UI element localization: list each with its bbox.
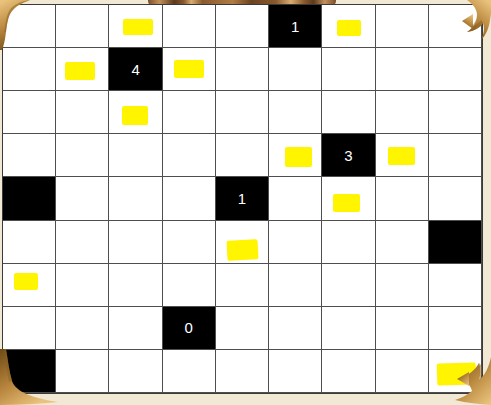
clue-number: 4	[131, 62, 139, 77]
cell-r4c8[interactable]	[429, 177, 482, 220]
cell-r5c3[interactable]	[163, 221, 216, 264]
cell-r6c4[interactable]	[216, 264, 269, 307]
bulb-mark[interactable]	[227, 239, 259, 261]
cell-r0c6[interactable]	[322, 5, 375, 48]
clue-number: 3	[344, 148, 352, 163]
cell-r0c5: 1	[269, 5, 322, 48]
cell-r3c0[interactable]	[3, 134, 56, 177]
cell-r5c7[interactable]	[376, 221, 429, 264]
cell-r4c6[interactable]	[322, 177, 375, 220]
cell-r5c0[interactable]	[3, 221, 56, 264]
cell-r4c1[interactable]	[56, 177, 109, 220]
cell-r6c3[interactable]	[163, 264, 216, 307]
cell-r3c7[interactable]	[376, 134, 429, 177]
cell-r1c0[interactable]	[3, 48, 56, 91]
clue-number: 1	[291, 19, 299, 34]
cell-r6c8[interactable]	[429, 264, 482, 307]
cell-r7c7[interactable]	[376, 307, 429, 350]
cell-r4c5[interactable]	[269, 177, 322, 220]
cell-r8c6[interactable]	[322, 350, 375, 393]
cell-r7c2[interactable]	[109, 307, 162, 350]
cell-r5c2[interactable]	[109, 221, 162, 264]
cell-r1c8[interactable]	[429, 48, 482, 91]
cell-r3c6: 3	[322, 134, 375, 177]
cell-r3c8[interactable]	[429, 134, 482, 177]
bulb-mark[interactable]	[333, 194, 360, 212]
frame-corner-top-right-icon	[461, 0, 491, 52]
cell-r2c8[interactable]	[429, 91, 482, 134]
cell-r5c4[interactable]	[216, 221, 269, 264]
cell-r8c1[interactable]	[56, 350, 109, 393]
puzzle-frame: 14310	[0, 0, 491, 405]
frame-corner-bottom-right-icon	[455, 349, 491, 405]
cell-r2c5[interactable]	[269, 91, 322, 134]
cell-r4c2[interactable]	[109, 177, 162, 220]
cell-r1c2: 4	[109, 48, 162, 91]
cell-r4c4: 1	[216, 177, 269, 220]
bulb-mark[interactable]	[174, 60, 204, 78]
cell-r5c6[interactable]	[322, 221, 375, 264]
cell-r2c1[interactable]	[56, 91, 109, 134]
cell-r0c4[interactable]	[216, 5, 269, 48]
cell-r7c3: 0	[163, 307, 216, 350]
cell-r1c5[interactable]	[269, 48, 322, 91]
bulb-mark[interactable]	[337, 20, 361, 36]
cell-r5c5[interactable]	[269, 221, 322, 264]
cell-r2c4[interactable]	[216, 91, 269, 134]
cell-r0c2[interactable]	[109, 5, 162, 48]
bulb-mark[interactable]	[285, 147, 312, 167]
cell-r2c3[interactable]	[163, 91, 216, 134]
cell-r7c8[interactable]	[429, 307, 482, 350]
cell-r7c1[interactable]	[56, 307, 109, 350]
cell-r0c1[interactable]	[56, 5, 109, 48]
cell-r7c5[interactable]	[269, 307, 322, 350]
cell-r2c2[interactable]	[109, 91, 162, 134]
cell-r8c7[interactable]	[376, 350, 429, 393]
cell-r2c6[interactable]	[322, 91, 375, 134]
bulb-mark[interactable]	[122, 106, 148, 125]
cell-r0c7[interactable]	[376, 5, 429, 48]
cell-r1c7[interactable]	[376, 48, 429, 91]
clue-number: 1	[238, 191, 246, 206]
frame-corner-bottom-left-icon	[0, 349, 58, 405]
frame-corner-top-left-icon	[0, 0, 34, 50]
cell-r3c2[interactable]	[109, 134, 162, 177]
cell-r3c5[interactable]	[269, 134, 322, 177]
cell-r8c5[interactable]	[269, 350, 322, 393]
bulb-mark[interactable]	[123, 19, 153, 35]
cell-r5c1[interactable]	[56, 221, 109, 264]
bulb-mark[interactable]	[14, 273, 38, 290]
cell-r3c1[interactable]	[56, 134, 109, 177]
bulb-mark[interactable]	[388, 147, 415, 165]
cell-r8c4[interactable]	[216, 350, 269, 393]
cell-r6c7[interactable]	[376, 264, 429, 307]
cell-r1c6[interactable]	[322, 48, 375, 91]
cell-r0c3[interactable]	[163, 5, 216, 48]
cell-r3c3[interactable]	[163, 134, 216, 177]
cell-r8c2[interactable]	[109, 350, 162, 393]
cell-r6c2[interactable]	[109, 264, 162, 307]
cell-r6c1[interactable]	[56, 264, 109, 307]
cell-r6c5[interactable]	[269, 264, 322, 307]
cell-r2c7[interactable]	[376, 91, 429, 134]
cell-r5c8	[429, 221, 482, 264]
clue-number: 0	[185, 320, 193, 335]
cell-r4c3[interactable]	[163, 177, 216, 220]
cell-r4c7[interactable]	[376, 177, 429, 220]
cell-r7c0[interactable]	[3, 307, 56, 350]
bulb-mark[interactable]	[65, 62, 95, 80]
cell-r1c1[interactable]	[56, 48, 109, 91]
cell-r6c6[interactable]	[322, 264, 375, 307]
cell-r3c4[interactable]	[216, 134, 269, 177]
cell-r2c0[interactable]	[3, 91, 56, 134]
akari-board: 14310	[2, 4, 483, 394]
cell-r1c4[interactable]	[216, 48, 269, 91]
cell-r1c3[interactable]	[163, 48, 216, 91]
cell-r4c0	[3, 177, 56, 220]
cell-r8c3[interactable]	[163, 350, 216, 393]
cell-r6c0[interactable]	[3, 264, 56, 307]
cell-r7c4[interactable]	[216, 307, 269, 350]
cell-r7c6[interactable]	[322, 307, 375, 350]
